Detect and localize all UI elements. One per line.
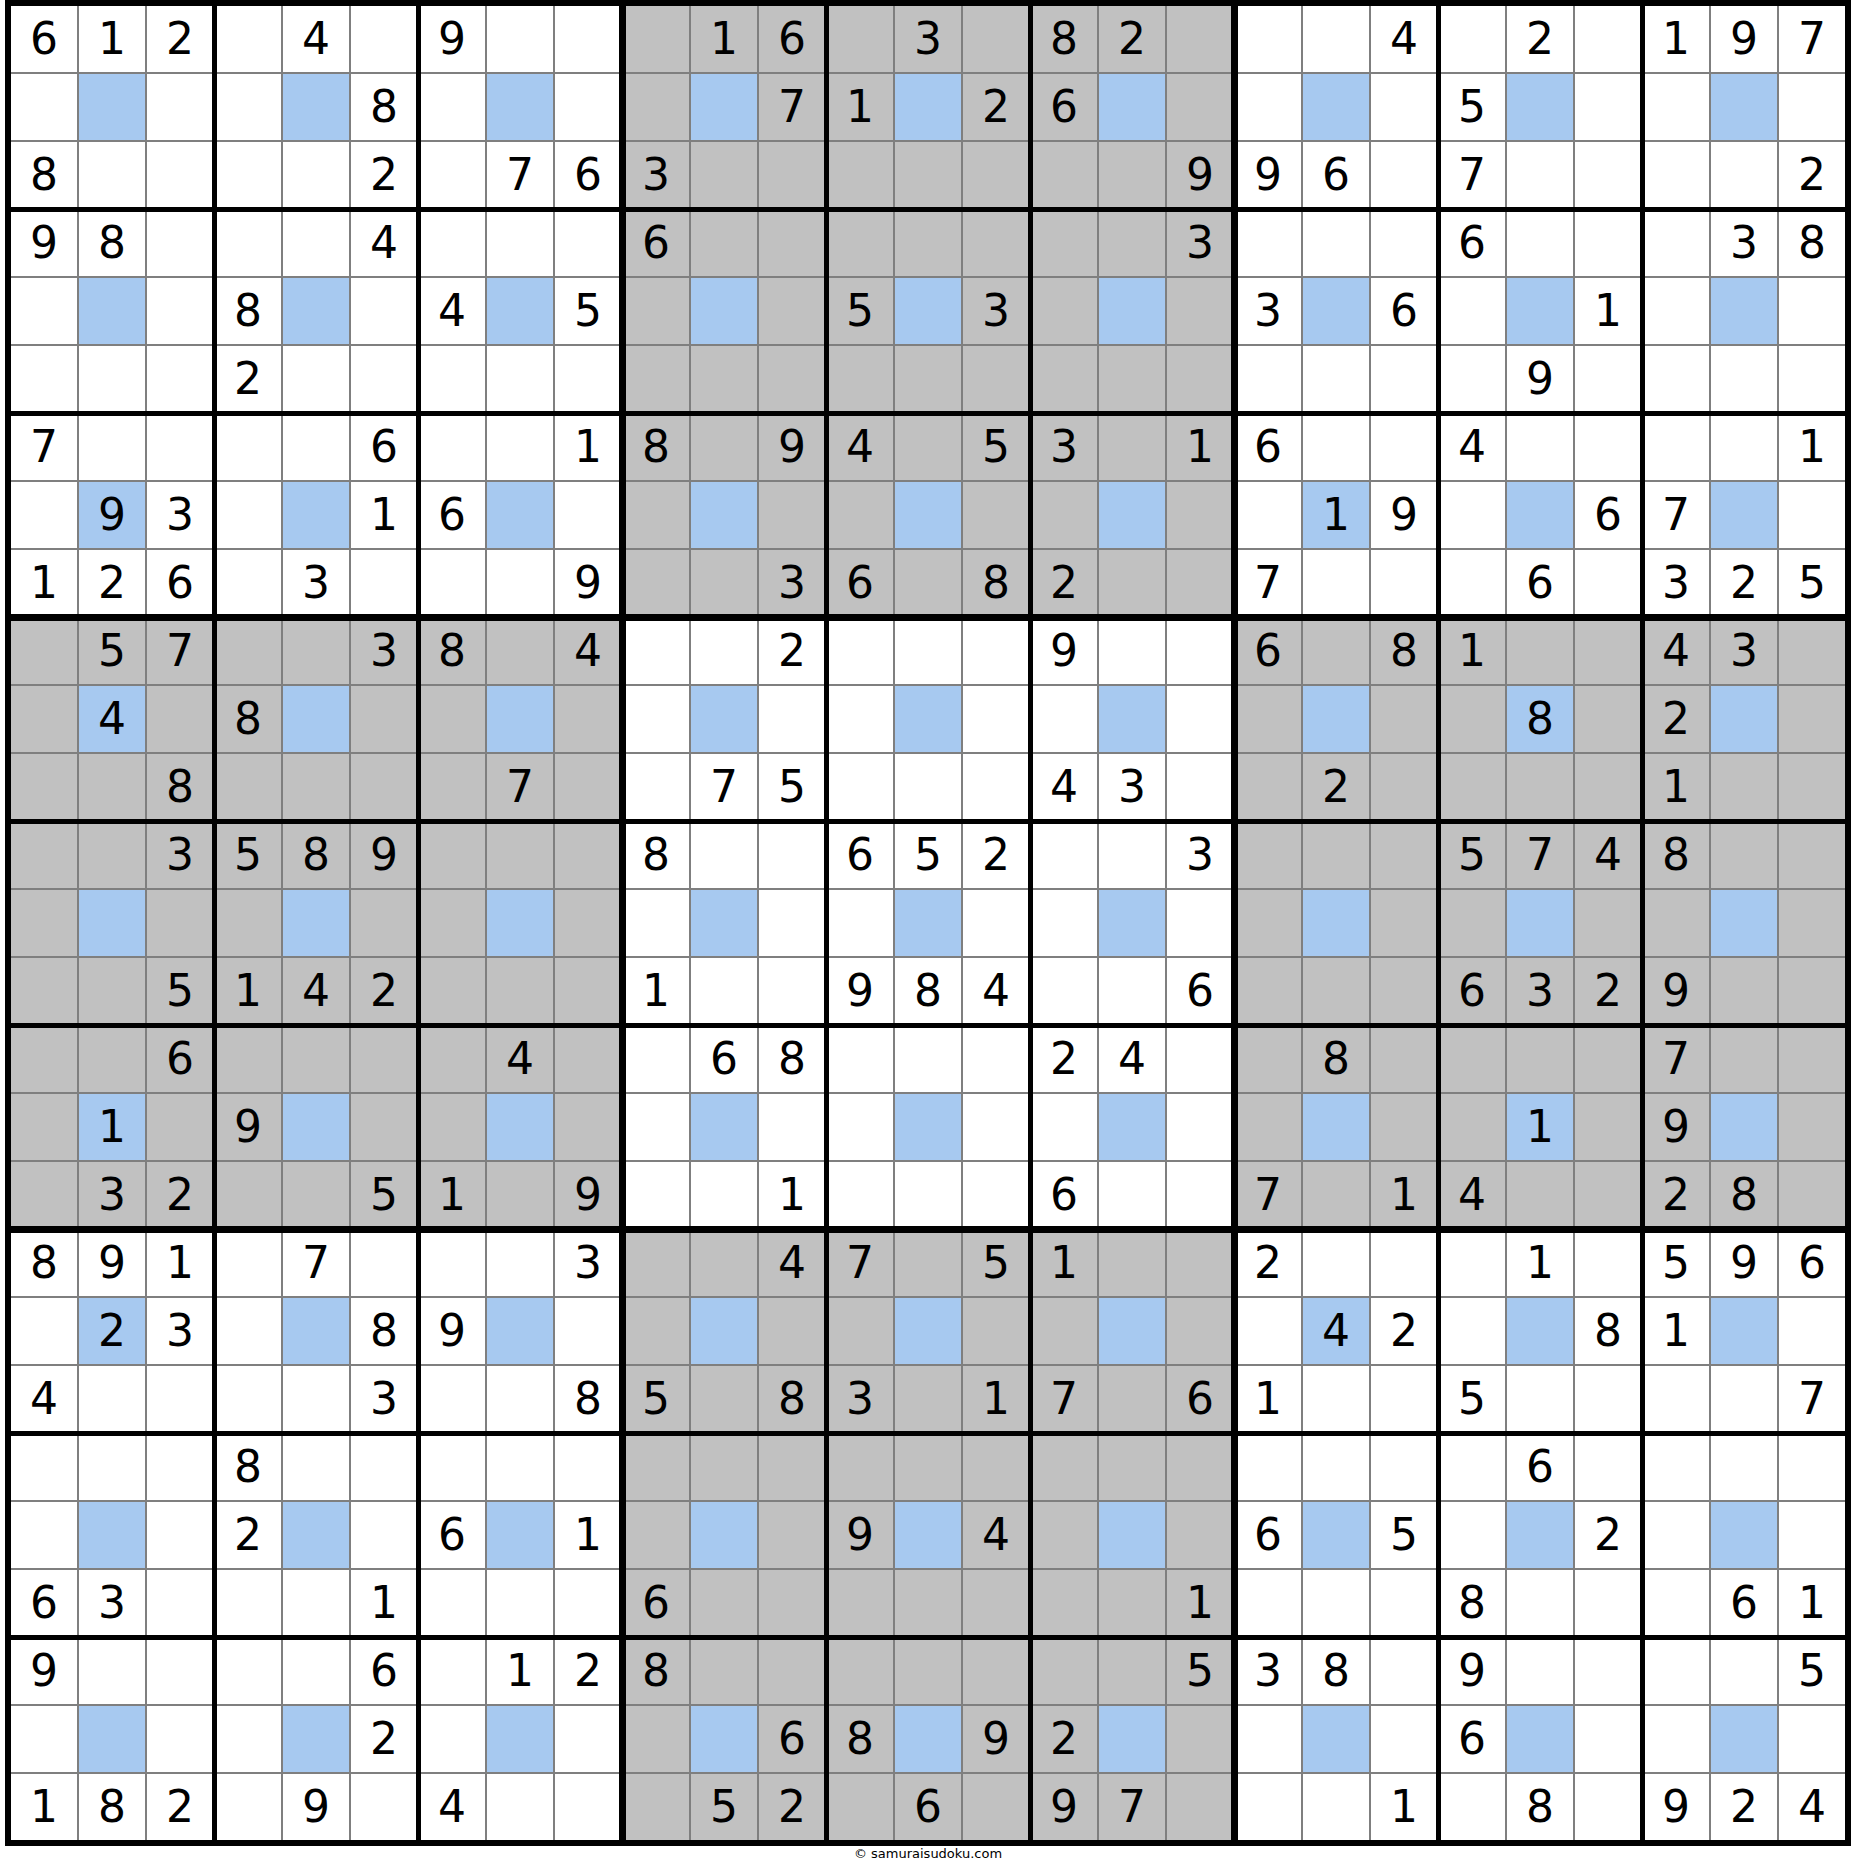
cell-r15-c17-empty[interactable] — [1099, 958, 1165, 1024]
cell-r2-c1-empty[interactable] — [11, 74, 77, 140]
cell-r18-c1-empty[interactable] — [11, 1162, 77, 1228]
cell-r17-c6-empty[interactable] — [351, 1094, 417, 1160]
cell-r20-c5-empty[interactable] — [283, 1298, 349, 1364]
cell-r12-c6-empty[interactable] — [351, 754, 417, 820]
cell-r16-c4-empty[interactable] — [215, 1026, 281, 1092]
cell-r2-c3-empty[interactable] — [147, 74, 213, 140]
cell-r17-c10-empty[interactable] — [623, 1094, 689, 1160]
cell-r27-c13-empty[interactable] — [827, 1774, 893, 1840]
cell-r15-c20-empty[interactable] — [1303, 958, 1369, 1024]
cell-r12-c21-empty[interactable] — [1371, 754, 1437, 820]
cell-r23-c17-empty[interactable] — [1099, 1502, 1165, 1568]
cell-r22-c9-empty[interactable] — [555, 1434, 621, 1500]
cell-r12-c10-empty[interactable] — [623, 754, 689, 820]
cell-r5-c20-empty[interactable] — [1303, 278, 1369, 344]
cell-r25-c24-empty[interactable] — [1575, 1638, 1641, 1704]
cell-r12-c14-empty[interactable] — [895, 754, 961, 820]
cell-r23-c23-empty[interactable] — [1507, 1502, 1573, 1568]
cell-r26-c20-empty[interactable] — [1303, 1706, 1369, 1772]
cell-r24-c25-empty[interactable] — [1643, 1570, 1709, 1636]
cell-r27-c9-empty[interactable] — [555, 1774, 621, 1840]
cell-r22-c3-empty[interactable] — [147, 1434, 213, 1500]
cell-r13-c12-empty[interactable] — [759, 822, 825, 888]
cell-r14-c12-empty[interactable] — [759, 890, 825, 956]
cell-r17-c18-empty[interactable] — [1167, 1094, 1233, 1160]
cell-r11-c12-empty[interactable] — [759, 686, 825, 752]
cell-r5-c17-empty[interactable] — [1099, 278, 1165, 344]
cell-r20-c16-empty[interactable] — [1031, 1298, 1097, 1364]
cell-r8-c27-empty[interactable] — [1779, 482, 1845, 548]
cell-r10-c1-empty[interactable] — [11, 618, 77, 684]
cell-r6-c15-empty[interactable] — [963, 346, 1029, 412]
cell-r14-c17-empty[interactable] — [1099, 890, 1165, 956]
cell-r2-c25-empty[interactable] — [1643, 74, 1709, 140]
cell-r5-c18-empty[interactable] — [1167, 278, 1233, 344]
cell-r4-c12-empty[interactable] — [759, 210, 825, 276]
cell-r20-c14-empty[interactable] — [895, 1298, 961, 1364]
cell-r23-c2-empty[interactable] — [79, 1502, 145, 1568]
cell-r17-c21-empty[interactable] — [1371, 1094, 1437, 1160]
cell-r4-c25-empty[interactable] — [1643, 210, 1709, 276]
cell-r17-c12-empty[interactable] — [759, 1094, 825, 1160]
cell-r27-c24-empty[interactable] — [1575, 1774, 1641, 1840]
cell-r6-c17-empty[interactable] — [1099, 346, 1165, 412]
cell-r17-c27-empty[interactable] — [1779, 1094, 1845, 1160]
cell-r20-c4-empty[interactable] — [215, 1298, 281, 1364]
cell-r5-c3-empty[interactable] — [147, 278, 213, 344]
cell-r5-c23-empty[interactable] — [1507, 278, 1573, 344]
cell-r11-c26-empty[interactable] — [1711, 686, 1777, 752]
cell-r25-c4-empty[interactable] — [215, 1638, 281, 1704]
cell-r15-c26-empty[interactable] — [1711, 958, 1777, 1024]
cell-r22-c2-empty[interactable] — [79, 1434, 145, 1500]
cell-r20-c26-empty[interactable] — [1711, 1298, 1777, 1364]
cell-r5-c6-empty[interactable] — [351, 278, 417, 344]
cell-r24-c14-empty[interactable] — [895, 1570, 961, 1636]
cell-r8-c17-empty[interactable] — [1099, 482, 1165, 548]
cell-r1-c10-empty[interactable] — [623, 6, 689, 72]
cell-r24-c5-empty[interactable] — [283, 1570, 349, 1636]
cell-r14-c1-empty[interactable] — [11, 890, 77, 956]
cell-r15-c19-empty[interactable] — [1235, 958, 1301, 1024]
cell-r18-c10-empty[interactable] — [623, 1162, 689, 1228]
cell-r19-c22-empty[interactable] — [1439, 1230, 1505, 1296]
cell-r3-c12-empty[interactable] — [759, 142, 825, 208]
cell-r25-c26-empty[interactable] — [1711, 1638, 1777, 1704]
cell-r9-c8-empty[interactable] — [487, 550, 553, 616]
cell-r14-c6-empty[interactable] — [351, 890, 417, 956]
cell-r10-c18-empty[interactable] — [1167, 618, 1233, 684]
cell-r17-c20-empty[interactable] — [1303, 1094, 1369, 1160]
cell-r22-c12-empty[interactable] — [759, 1434, 825, 1500]
cell-r14-c25-empty[interactable] — [1643, 890, 1709, 956]
cell-r6-c13-empty[interactable] — [827, 346, 893, 412]
cell-r13-c8-empty[interactable] — [487, 822, 553, 888]
cell-r4-c5-empty[interactable] — [283, 210, 349, 276]
cell-r6-c11-empty[interactable] — [691, 346, 757, 412]
cell-r13-c21-empty[interactable] — [1371, 822, 1437, 888]
cell-r7-c8-empty[interactable] — [487, 414, 553, 480]
cell-r8-c14-empty[interactable] — [895, 482, 961, 548]
cell-r15-c11-empty[interactable] — [691, 958, 757, 1024]
cell-r3-c23-empty[interactable] — [1507, 142, 1573, 208]
cell-r9-c22-empty[interactable] — [1439, 550, 1505, 616]
cell-r7-c11-empty[interactable] — [691, 414, 757, 480]
cell-r3-c4-empty[interactable] — [215, 142, 281, 208]
cell-r26-c24-empty[interactable] — [1575, 1706, 1641, 1772]
cell-r26-c14-empty[interactable] — [895, 1706, 961, 1772]
cell-r7-c2-empty[interactable] — [79, 414, 145, 480]
cell-r6-c7-empty[interactable] — [419, 346, 485, 412]
cell-r6-c9-empty[interactable] — [555, 346, 621, 412]
cell-r11-c15-empty[interactable] — [963, 686, 1029, 752]
cell-r16-c18-empty[interactable] — [1167, 1026, 1233, 1092]
cell-r8-c10-empty[interactable] — [623, 482, 689, 548]
cell-r13-c20-empty[interactable] — [1303, 822, 1369, 888]
cell-r11-c19-empty[interactable] — [1235, 686, 1301, 752]
cell-r21-c25-empty[interactable] — [1643, 1366, 1709, 1432]
cell-r6-c20-empty[interactable] — [1303, 346, 1369, 412]
cell-r9-c18-empty[interactable] — [1167, 550, 1233, 616]
cell-r6-c18-empty[interactable] — [1167, 346, 1233, 412]
cell-r19-c8-empty[interactable] — [487, 1230, 553, 1296]
cell-r26-c18-empty[interactable] — [1167, 1706, 1233, 1772]
cell-r9-c4-empty[interactable] — [215, 550, 281, 616]
cell-r1-c6-empty[interactable] — [351, 6, 417, 72]
cell-r21-c11-empty[interactable] — [691, 1366, 757, 1432]
cell-r27-c20-empty[interactable] — [1303, 1774, 1369, 1840]
cell-r11-c20-empty[interactable] — [1303, 686, 1369, 752]
cell-r2-c4-empty[interactable] — [215, 74, 281, 140]
cell-r11-c7-empty[interactable] — [419, 686, 485, 752]
cell-r1-c8-empty[interactable] — [487, 6, 553, 72]
cell-r20-c1-empty[interactable] — [11, 1298, 77, 1364]
cell-r21-c20-empty[interactable] — [1303, 1366, 1369, 1432]
cell-r7-c14-empty[interactable] — [895, 414, 961, 480]
cell-r11-c21-empty[interactable] — [1371, 686, 1437, 752]
cell-r16-c2-empty[interactable] — [79, 1026, 145, 1092]
cell-r14-c8-empty[interactable] — [487, 890, 553, 956]
cell-r22-c1-empty[interactable] — [11, 1434, 77, 1500]
cell-r19-c18-empty[interactable] — [1167, 1230, 1233, 1296]
cell-r6-c19-empty[interactable] — [1235, 346, 1301, 412]
cell-r27-c6-empty[interactable] — [351, 1774, 417, 1840]
cell-r18-c8-empty[interactable] — [487, 1162, 553, 1228]
cell-r9-c11-empty[interactable] — [691, 550, 757, 616]
cell-r2-c23-empty[interactable] — [1507, 74, 1573, 140]
cell-r24-c9-empty[interactable] — [555, 1570, 621, 1636]
cell-r5-c5-empty[interactable] — [283, 278, 349, 344]
cell-r20-c11-empty[interactable] — [691, 1298, 757, 1364]
cell-r25-c13-empty[interactable] — [827, 1638, 893, 1704]
cell-r17-c22-empty[interactable] — [1439, 1094, 1505, 1160]
cell-r9-c24-empty[interactable] — [1575, 550, 1641, 616]
cell-r17-c11-empty[interactable] — [691, 1094, 757, 1160]
cell-r23-c10-empty[interactable] — [623, 1502, 689, 1568]
cell-r6-c27-empty[interactable] — [1779, 346, 1845, 412]
cell-r14-c2-empty[interactable] — [79, 890, 145, 956]
cell-r11-c24-empty[interactable] — [1575, 686, 1641, 752]
cell-r26-c23-empty[interactable] — [1507, 1706, 1573, 1772]
cell-r8-c13-empty[interactable] — [827, 482, 893, 548]
cell-r6-c10-empty[interactable] — [623, 346, 689, 412]
cell-r18-c17-empty[interactable] — [1099, 1162, 1165, 1228]
cell-r12-c26-empty[interactable] — [1711, 754, 1777, 820]
cell-r17-c19-empty[interactable] — [1235, 1094, 1301, 1160]
cell-r16-c14-empty[interactable] — [895, 1026, 961, 1092]
cell-r21-c8-empty[interactable] — [487, 1366, 553, 1432]
cell-r8-c8-empty[interactable] — [487, 482, 553, 548]
cell-r6-c22-empty[interactable] — [1439, 346, 1505, 412]
cell-r12-c9-empty[interactable] — [555, 754, 621, 820]
cell-r11-c14-empty[interactable] — [895, 686, 961, 752]
cell-r21-c7-empty[interactable] — [419, 1366, 485, 1432]
cell-r8-c1-empty[interactable] — [11, 482, 77, 548]
cell-r21-c5-empty[interactable] — [283, 1366, 349, 1432]
cell-r25-c15-empty[interactable] — [963, 1638, 1029, 1704]
cell-r26-c9-empty[interactable] — [555, 1706, 621, 1772]
cell-r22-c11-empty[interactable] — [691, 1434, 757, 1500]
cell-r19-c7-empty[interactable] — [419, 1230, 485, 1296]
cell-r13-c1-empty[interactable] — [11, 822, 77, 888]
cell-r18-c20-empty[interactable] — [1303, 1162, 1369, 1228]
cell-r8-c4-empty[interactable] — [215, 482, 281, 548]
cell-r15-c9-empty[interactable] — [555, 958, 621, 1024]
cell-r11-c8-empty[interactable] — [487, 686, 553, 752]
cell-r5-c2-empty[interactable] — [79, 278, 145, 344]
cell-r11-c10-empty[interactable] — [623, 686, 689, 752]
cell-r16-c10-empty[interactable] — [623, 1026, 689, 1092]
cell-r22-c15-empty[interactable] — [963, 1434, 1029, 1500]
cell-r5-c12-empty[interactable] — [759, 278, 825, 344]
cell-r26-c21-empty[interactable] — [1371, 1706, 1437, 1772]
cell-r12-c1-empty[interactable] — [11, 754, 77, 820]
cell-r10-c27-empty[interactable] — [1779, 618, 1845, 684]
cell-r25-c3-empty[interactable] — [147, 1638, 213, 1704]
cell-r5-c26-empty[interactable] — [1711, 278, 1777, 344]
cell-r24-c4-empty[interactable] — [215, 1570, 281, 1636]
cell-r5-c8-empty[interactable] — [487, 278, 553, 344]
cell-r19-c10-empty[interactable] — [623, 1230, 689, 1296]
cell-r23-c1-empty[interactable] — [11, 1502, 77, 1568]
cell-r18-c15-empty[interactable] — [963, 1162, 1029, 1228]
cell-r13-c19-empty[interactable] — [1235, 822, 1301, 888]
cell-r24-c13-empty[interactable] — [827, 1570, 893, 1636]
cell-r10-c11-empty[interactable] — [691, 618, 757, 684]
cell-r11-c6-empty[interactable] — [351, 686, 417, 752]
cell-r27-c10-empty[interactable] — [623, 1774, 689, 1840]
cell-r7-c17-empty[interactable] — [1099, 414, 1165, 480]
cell-r25-c21-empty[interactable] — [1371, 1638, 1437, 1704]
cell-r10-c8-empty[interactable] — [487, 618, 553, 684]
cell-r27-c15-empty[interactable] — [963, 1774, 1029, 1840]
cell-r11-c18-empty[interactable] — [1167, 686, 1233, 752]
cell-r2-c9-empty[interactable] — [555, 74, 621, 140]
cell-r15-c1-empty[interactable] — [11, 958, 77, 1024]
cell-r24-c19-empty[interactable] — [1235, 1570, 1301, 1636]
cell-r26-c17-empty[interactable] — [1099, 1706, 1165, 1772]
cell-r22-c17-empty[interactable] — [1099, 1434, 1165, 1500]
cell-r6-c6-empty[interactable] — [351, 346, 417, 412]
cell-r25-c14-empty[interactable] — [895, 1638, 961, 1704]
cell-r11-c13-empty[interactable] — [827, 686, 893, 752]
cell-r5-c11-empty[interactable] — [691, 278, 757, 344]
cell-r12-c18-empty[interactable] — [1167, 754, 1233, 820]
cell-r13-c2-empty[interactable] — [79, 822, 145, 888]
cell-r20-c9-empty[interactable] — [555, 1298, 621, 1364]
cell-r2-c5-empty[interactable] — [283, 74, 349, 140]
cell-r13-c7-empty[interactable] — [419, 822, 485, 888]
cell-r17-c1-empty[interactable] — [11, 1094, 77, 1160]
cell-r24-c16-empty[interactable] — [1031, 1570, 1097, 1636]
cell-r2-c11-empty[interactable] — [691, 74, 757, 140]
cell-r19-c4-empty[interactable] — [215, 1230, 281, 1296]
cell-r17-c17-empty[interactable] — [1099, 1094, 1165, 1160]
cell-r2-c19-empty[interactable] — [1235, 74, 1301, 140]
cell-r19-c21-empty[interactable] — [1371, 1230, 1437, 1296]
cell-r1-c15-empty[interactable] — [963, 6, 1029, 72]
cell-r4-c24-empty[interactable] — [1575, 210, 1641, 276]
cell-r4-c13-empty[interactable] — [827, 210, 893, 276]
cell-r8-c19-empty[interactable] — [1235, 482, 1301, 548]
cell-r18-c5-empty[interactable] — [283, 1162, 349, 1228]
cell-r26-c26-empty[interactable] — [1711, 1706, 1777, 1772]
cell-r5-c14-empty[interactable] — [895, 278, 961, 344]
cell-r16-c9-empty[interactable] — [555, 1026, 621, 1092]
cell-r7-c25-empty[interactable] — [1643, 414, 1709, 480]
cell-r4-c15-empty[interactable] — [963, 210, 1029, 276]
cell-r23-c3-empty[interactable] — [147, 1502, 213, 1568]
cell-r20-c15-empty[interactable] — [963, 1298, 1029, 1364]
cell-r7-c23-empty[interactable] — [1507, 414, 1573, 480]
cell-r12-c15-empty[interactable] — [963, 754, 1029, 820]
cell-r19-c24-empty[interactable] — [1575, 1230, 1641, 1296]
cell-r1-c19-empty[interactable] — [1235, 6, 1301, 72]
cell-r23-c16-empty[interactable] — [1031, 1502, 1097, 1568]
cell-r22-c25-empty[interactable] — [1643, 1434, 1709, 1500]
cell-r14-c22-empty[interactable] — [1439, 890, 1505, 956]
cell-r8-c22-empty[interactable] — [1439, 482, 1505, 548]
cell-r21-c23-empty[interactable] — [1507, 1366, 1573, 1432]
cell-r7-c20-empty[interactable] — [1303, 414, 1369, 480]
cell-r22-c21-empty[interactable] — [1371, 1434, 1437, 1500]
cell-r2-c24-empty[interactable] — [1575, 74, 1641, 140]
cell-r19-c11-empty[interactable] — [691, 1230, 757, 1296]
cell-r11-c3-empty[interactable] — [147, 686, 213, 752]
cell-r13-c9-empty[interactable] — [555, 822, 621, 888]
cell-r24-c12-empty[interactable] — [759, 1570, 825, 1636]
cell-r25-c12-empty[interactable] — [759, 1638, 825, 1704]
cell-r14-c14-empty[interactable] — [895, 890, 961, 956]
cell-r21-c4-empty[interactable] — [215, 1366, 281, 1432]
cell-r21-c14-empty[interactable] — [895, 1366, 961, 1432]
cell-r24-c24-empty[interactable] — [1575, 1570, 1641, 1636]
cell-r25-c7-empty[interactable] — [419, 1638, 485, 1704]
cell-r17-c5-empty[interactable] — [283, 1094, 349, 1160]
cell-r6-c25-empty[interactable] — [1643, 346, 1709, 412]
cell-r4-c9-empty[interactable] — [555, 210, 621, 276]
cell-r17-c14-empty[interactable] — [895, 1094, 961, 1160]
cell-r6-c14-empty[interactable] — [895, 346, 961, 412]
cell-r14-c19-empty[interactable] — [1235, 890, 1301, 956]
cell-r13-c26-empty[interactable] — [1711, 822, 1777, 888]
cell-r12-c22-empty[interactable] — [1439, 754, 1505, 820]
cell-r3-c14-empty[interactable] — [895, 142, 961, 208]
cell-r7-c4-empty[interactable] — [215, 414, 281, 480]
cell-r3-c5-empty[interactable] — [283, 142, 349, 208]
cell-r9-c6-empty[interactable] — [351, 550, 417, 616]
cell-r14-c24-empty[interactable] — [1575, 890, 1641, 956]
cell-r3-c7-empty[interactable] — [419, 142, 485, 208]
cell-r14-c20-empty[interactable] — [1303, 890, 1369, 956]
cell-r14-c13-empty[interactable] — [827, 890, 893, 956]
cell-r4-c20-empty[interactable] — [1303, 210, 1369, 276]
cell-r12-c27-empty[interactable] — [1779, 754, 1845, 820]
cell-r8-c15-empty[interactable] — [963, 482, 1029, 548]
cell-r2-c2-empty[interactable] — [79, 74, 145, 140]
cell-r7-c7-empty[interactable] — [419, 414, 485, 480]
cell-r18-c13-empty[interactable] — [827, 1162, 893, 1228]
cell-r13-c27-empty[interactable] — [1779, 822, 1845, 888]
cell-r8-c23-empty[interactable] — [1507, 482, 1573, 548]
cell-r20-c10-empty[interactable] — [623, 1298, 689, 1364]
cell-r20-c18-empty[interactable] — [1167, 1298, 1233, 1364]
cell-r10-c5-empty[interactable] — [283, 618, 349, 684]
cell-r26-c10-empty[interactable] — [623, 1706, 689, 1772]
cell-r27-c19-empty[interactable] — [1235, 1774, 1301, 1840]
cell-r26-c19-empty[interactable] — [1235, 1706, 1301, 1772]
cell-r16-c24-empty[interactable] — [1575, 1026, 1641, 1092]
cell-r7-c21-empty[interactable] — [1371, 414, 1437, 480]
cell-r16-c27-empty[interactable] — [1779, 1026, 1845, 1092]
cell-r2-c18-empty[interactable] — [1167, 74, 1233, 140]
cell-r11-c9-empty[interactable] — [555, 686, 621, 752]
cell-r11-c5-empty[interactable] — [283, 686, 349, 752]
cell-r16-c6-empty[interactable] — [351, 1026, 417, 1092]
cell-r14-c16-empty[interactable] — [1031, 890, 1097, 956]
cell-r6-c21-empty[interactable] — [1371, 346, 1437, 412]
cell-r6-c24-empty[interactable] — [1575, 346, 1641, 412]
cell-r3-c13-empty[interactable] — [827, 142, 893, 208]
cell-r22-c5-empty[interactable] — [283, 1434, 349, 1500]
cell-r2-c17-empty[interactable] — [1099, 74, 1165, 140]
cell-r3-c2-empty[interactable] — [79, 142, 145, 208]
cell-r7-c26-empty[interactable] — [1711, 414, 1777, 480]
cell-r2-c27-empty[interactable] — [1779, 74, 1845, 140]
cell-r26-c5-empty[interactable] — [283, 1706, 349, 1772]
cell-r6-c2-empty[interactable] — [79, 346, 145, 412]
cell-r17-c7-empty[interactable] — [419, 1094, 485, 1160]
cell-r14-c18-empty[interactable] — [1167, 890, 1233, 956]
cell-r2-c20-empty[interactable] — [1303, 74, 1369, 140]
cell-r17-c16-empty[interactable] — [1031, 1094, 1097, 1160]
cell-r11-c1-empty[interactable] — [11, 686, 77, 752]
cell-r26-c11-empty[interactable] — [691, 1706, 757, 1772]
cell-r25-c2-empty[interactable] — [79, 1638, 145, 1704]
cell-r16-c5-empty[interactable] — [283, 1026, 349, 1092]
cell-r24-c23-empty[interactable] — [1507, 1570, 1573, 1636]
cell-r14-c27-empty[interactable] — [1779, 890, 1845, 956]
cell-r19-c6-empty[interactable] — [351, 1230, 417, 1296]
cell-r23-c12-empty[interactable] — [759, 1502, 825, 1568]
cell-r23-c6-empty[interactable] — [351, 1502, 417, 1568]
cell-r11-c22-empty[interactable] — [1439, 686, 1505, 752]
cell-r11-c11-empty[interactable] — [691, 686, 757, 752]
cell-r14-c4-empty[interactable] — [215, 890, 281, 956]
cell-r7-c3-empty[interactable] — [147, 414, 213, 480]
cell-r8-c12-empty[interactable] — [759, 482, 825, 548]
cell-r23-c8-empty[interactable] — [487, 1502, 553, 1568]
